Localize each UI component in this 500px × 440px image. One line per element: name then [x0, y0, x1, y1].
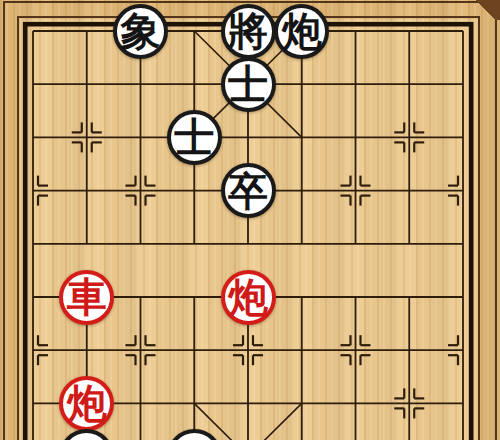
piece-black-general[interactable]: 將 — [221, 4, 276, 59]
piece-glyph: 卒 — [228, 171, 268, 211]
xiangqi-game-screenshot: { "game": "xiangqi", "board": { "columns… — [0, 0, 500, 440]
piece-glyph: 象 — [121, 11, 161, 51]
piece-black-elephant[interactable]: 象 — [113, 4, 168, 59]
piece-red-chariot[interactable]: 車 — [59, 270, 114, 325]
piece-red-cannon-1[interactable]: 炮 — [221, 270, 276, 325]
piece-glyph: 士 — [228, 64, 268, 104]
piece-glyph: 炮 — [282, 11, 322, 51]
piece-glyph: 士 — [174, 117, 214, 157]
piece-glyph: 車 — [67, 277, 107, 317]
piece-glyph: 炮 — [67, 383, 107, 423]
piece-glyph: 將 — [228, 11, 268, 51]
piece-black-cannon-1[interactable]: 炮 — [274, 4, 329, 59]
piece-red-cannon-2[interactable]: 炮 — [59, 376, 114, 431]
frame-corner-shadow — [476, 0, 500, 20]
piece-black-advisor-2[interactable]: 士 — [167, 110, 222, 165]
piece-black-advisor-1[interactable]: 士 — [221, 57, 276, 112]
piece-black-soldier[interactable]: 卒 — [221, 163, 276, 218]
piece-glyph: 炮 — [228, 277, 268, 317]
